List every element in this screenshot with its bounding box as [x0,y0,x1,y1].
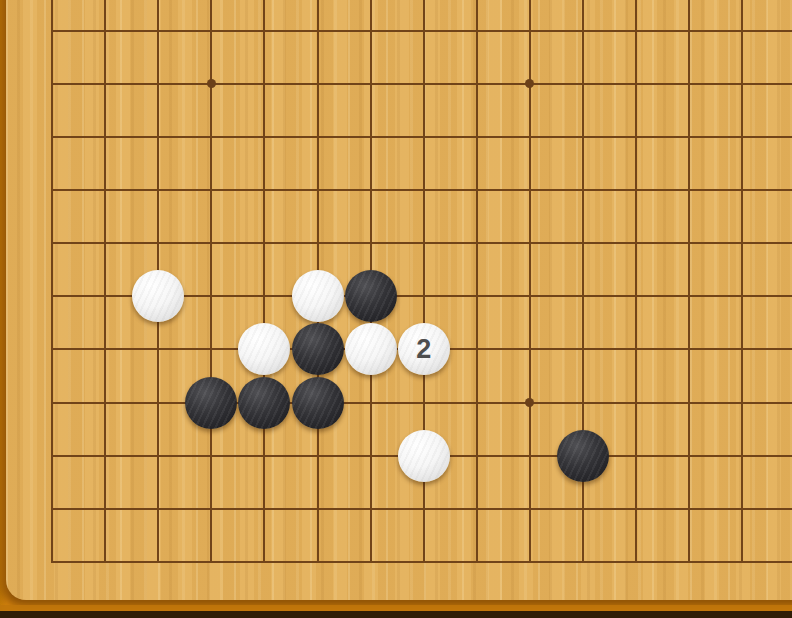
grid-line-vertical [688,0,690,563]
stone-black-g6[interactable] [345,270,397,322]
star-point [525,79,534,88]
stone-white-c6[interactable] [132,270,184,322]
grid-line-horizontal [52,242,792,244]
stone-white-f6[interactable] [292,270,344,322]
go-board-viewport: 2 [0,0,792,618]
grid-line-horizontal [52,402,792,404]
move-number-label: 2 [416,336,431,363]
stone-white-h5[interactable]: 2 [398,323,450,375]
grid-line-horizontal [52,508,792,510]
grid-line-vertical [635,0,637,563]
grid-line-horizontal [52,189,792,191]
stone-white-g5[interactable] [345,323,397,375]
grid-line-horizontal [52,561,792,563]
grid-line-horizontal [52,83,792,85]
stone-black-l3[interactable] [557,430,609,482]
stone-white-e5[interactable] [238,323,290,375]
grid-line-vertical [741,0,743,563]
stone-black-e4[interactable] [238,377,290,429]
grid-line-horizontal [52,136,792,138]
grid-line-horizontal [52,30,792,32]
stone-black-d4[interactable] [185,377,237,429]
go-board[interactable]: 2 [6,0,792,600]
stone-white-h3[interactable] [398,430,450,482]
star-point [207,79,216,88]
stone-black-f5[interactable] [292,323,344,375]
star-point [525,398,534,407]
stone-black-f4[interactable] [292,377,344,429]
board-grid[interactable]: 2 [52,0,792,562]
window-bottom-shadow [0,611,792,618]
